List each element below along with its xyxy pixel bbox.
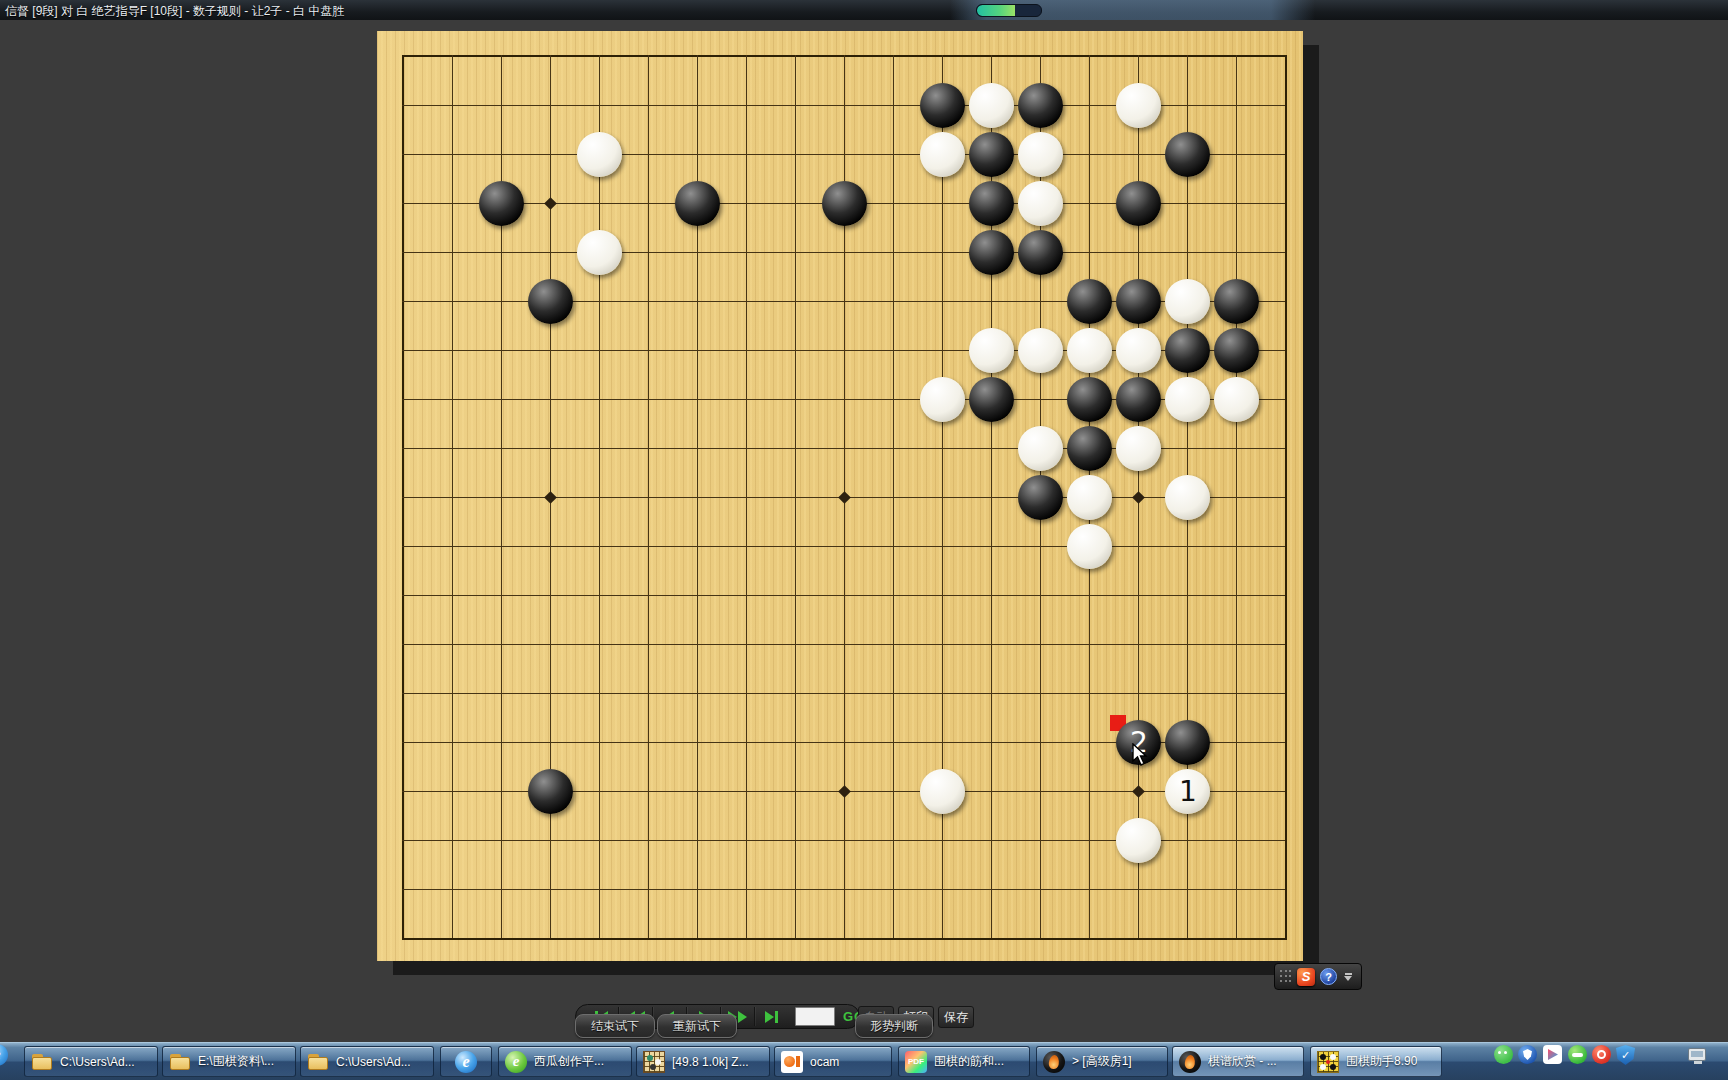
pdf-icon: PDF [905, 1051, 927, 1073]
black-stone [1214, 279, 1259, 324]
star-point [838, 785, 851, 798]
black-stone [1067, 426, 1112, 471]
grid-line-v [1236, 55, 1237, 940]
camera-icon [781, 1051, 803, 1073]
black-stone [969, 230, 1014, 275]
last-icon [765, 1011, 774, 1023]
white-stone [1165, 279, 1210, 324]
grid-line-v [893, 55, 894, 940]
end-trial-button[interactable]: 结束试下 [575, 1014, 655, 1038]
taskbar-fox-kifu[interactable]: 棋谱欣赏 - ... [1172, 1046, 1304, 1077]
star-point [544, 197, 557, 210]
white-stone [969, 328, 1014, 373]
last-move-button[interactable] [755, 1007, 788, 1026]
taskbar-zen-go[interactable]: [49.8 1.0k] Z... [636, 1046, 770, 1077]
black-stone [1165, 720, 1210, 765]
last-icon [775, 1011, 778, 1023]
save-button[interactable]: 保存 [938, 1006, 974, 1028]
taskbar-xigua[interactable]: e 西瓜创作平... [498, 1046, 632, 1077]
white-stone [1018, 426, 1063, 471]
grid-line-h [402, 889, 1287, 890]
folder-icon [31, 1051, 53, 1073]
black-stone [1214, 328, 1259, 373]
taskbar-folder-1[interactable]: C:\Users\Ad... [24, 1046, 158, 1077]
shield-check-icon[interactable]: ✓ [1616, 1045, 1635, 1065]
black-stone [479, 181, 524, 226]
white-stone [1018, 181, 1063, 226]
ie-icon-partial[interactable]: e [0, 1044, 8, 1066]
black-stone [1018, 83, 1063, 128]
go-board[interactable]: 21 [377, 31, 1303, 961]
fox-go-icon [1179, 1051, 1201, 1073]
black-stone [1116, 279, 1161, 324]
white-stone [1018, 132, 1063, 177]
white-stone [920, 132, 965, 177]
ie-browser-icon: e [455, 1051, 477, 1073]
grid-line-h [402, 693, 1287, 694]
grid-line-h [402, 644, 1287, 645]
green-browser-icon: e [505, 1051, 527, 1073]
fox-go-icon [1043, 1051, 1065, 1073]
white-stone [1116, 328, 1161, 373]
white-stone [1116, 83, 1161, 128]
move-number-input[interactable] [795, 1007, 835, 1026]
red-security-icon[interactable] [1592, 1045, 1611, 1064]
grid-line-h [402, 938, 1287, 940]
black-stone [528, 769, 573, 814]
black-stone [1165, 132, 1210, 177]
black-stone [920, 83, 965, 128]
black-stone [969, 377, 1014, 422]
sogou-logo-icon[interactable]: S [1297, 968, 1315, 986]
grid-line-h [402, 546, 1287, 547]
black-stone [528, 279, 573, 324]
folder-icon [307, 1051, 329, 1073]
black-stone [822, 181, 867, 226]
white-stone [1067, 328, 1112, 373]
white-stone [1116, 426, 1161, 471]
title-bar: 信督 [9段] 对 白 绝艺指导F [10段] - 数子规则 - 让2子 - 白… [0, 0, 1728, 21]
white-stone [920, 377, 965, 422]
black-stone [1018, 230, 1063, 275]
white-stone [577, 230, 622, 275]
grid-line-v [1285, 55, 1287, 940]
black-stone [969, 181, 1014, 226]
taskbar-fox-room[interactable]: > [高级房1] [1036, 1046, 1168, 1077]
star-point [1132, 491, 1145, 504]
weiqi-assistant-icon [1317, 1051, 1339, 1073]
taskbar-folder-2[interactable]: E:\围棋资料\... [162, 1046, 296, 1077]
white-stone [969, 83, 1014, 128]
black-stone [1116, 377, 1161, 422]
taskbar-weiqi-assistant[interactable]: 围棋助手8.90 [1310, 1046, 1442, 1077]
taskbar-ocam[interactable]: ocam [774, 1046, 892, 1077]
ime-help-icon[interactable]: ? [1320, 968, 1337, 985]
folder-icon [169, 1051, 191, 1073]
white-stone [1116, 818, 1161, 863]
black-stone [1067, 377, 1112, 422]
black-stone [1116, 181, 1161, 226]
white-stone [1165, 377, 1210, 422]
white-stone [1067, 524, 1112, 569]
security-shield-icon[interactable] [1518, 1045, 1537, 1064]
white-stone [1018, 328, 1063, 373]
grid-line-h [402, 595, 1287, 596]
taskbar-ie[interactable]: e [440, 1046, 492, 1077]
fast-forward-icon [738, 1011, 747, 1023]
sogou-ime-bar[interactable]: S ? [1274, 963, 1362, 990]
white-stone [920, 769, 965, 814]
taskbar-folder-3[interactable]: C:\Users\Ad... [300, 1046, 434, 1077]
black-stone [1165, 328, 1210, 373]
star-point [1132, 785, 1145, 798]
wechat-icon[interactable] [1494, 1045, 1513, 1064]
black-stone [969, 132, 1014, 177]
star-point [838, 491, 851, 504]
taskbar-pdf[interactable]: PDF 围棋的筋和... [898, 1046, 1030, 1077]
white-stone [577, 132, 622, 177]
window-title: 信督 [9段] 对 白 绝艺指导F [10段] - 数子规则 - 让2子 - 白… [5, 3, 344, 20]
black-stone [675, 181, 720, 226]
star-point [544, 491, 557, 504]
green-utility-icon[interactable] [1568, 1045, 1587, 1064]
black-stone [1067, 279, 1112, 324]
restart-trial-button[interactable]: 重新试下 [657, 1014, 737, 1038]
move-number-label: 1 [1179, 778, 1197, 806]
progress-fill [977, 5, 1015, 16]
titlebar-progress-bar [976, 4, 1042, 17]
white-stone [1067, 475, 1112, 520]
taskbar: e C:\Users\Ad... E:\围棋资料\... C:\Users\Ad… [0, 1042, 1728, 1080]
app-workspace: 21 GO 自动 打印 保存 结束试下 重新试下 形势判断 S ? [0, 20, 1728, 1042]
network-icon[interactable] [1688, 1048, 1706, 1061]
mouse-cursor [1132, 743, 1154, 767]
white-stone [1214, 377, 1259, 422]
white-stone [1165, 475, 1210, 520]
white-stone: 1 [1165, 769, 1210, 814]
position-judge-button[interactable]: 形势判断 [855, 1014, 933, 1038]
ime-drag-handle[interactable] [1280, 970, 1292, 984]
go-board-icon [643, 1051, 665, 1073]
ime-minimize-icon[interactable] [1344, 973, 1352, 981]
black-stone [1018, 475, 1063, 520]
video-app-icon[interactable] [1543, 1045, 1562, 1064]
